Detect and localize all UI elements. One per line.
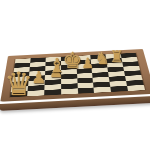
square-c1 [44, 89, 61, 95]
square-e1 [77, 88, 94, 94]
square-g1 [111, 86, 129, 92]
square-h1 [127, 85, 145, 91]
square-d1 [61, 88, 78, 94]
board-3d-surface [0, 49, 150, 102]
board-frame [0, 49, 150, 102]
chess-board [10, 53, 145, 97]
square-b1 [27, 90, 44, 96]
square-a1 [10, 91, 27, 97]
square-f1 [94, 87, 111, 93]
chess-set-photo: ♛♟♟♝♚♟♞♜ [0, 0, 150, 150]
